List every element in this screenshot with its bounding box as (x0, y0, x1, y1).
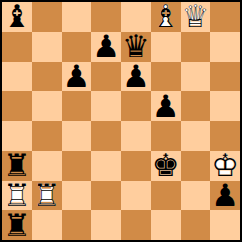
square-b4[interactable] (32, 121, 62, 151)
black-pawn: ♟ (151, 91, 181, 121)
black-pawn: ♟ (121, 62, 151, 92)
square-a7[interactable] (2, 32, 32, 62)
square-a6[interactable] (2, 62, 32, 92)
square-f1[interactable] (151, 210, 181, 240)
black-pawn: ♟ (62, 62, 92, 92)
square-a8[interactable]: ♝ (2, 2, 32, 32)
square-d4[interactable] (91, 121, 121, 151)
square-b8[interactable] (32, 2, 62, 32)
square-b7[interactable] (32, 32, 62, 62)
square-b1[interactable] (32, 210, 62, 240)
square-h2[interactable]: ♟ (210, 181, 240, 211)
square-e6[interactable]: ♟ (121, 62, 151, 92)
black-bishop: ♝ (2, 2, 32, 32)
square-g1[interactable] (181, 210, 211, 240)
white-bishop: ♝♗ (151, 2, 181, 32)
square-a5[interactable] (2, 91, 32, 121)
square-g8[interactable]: ♛♕ (181, 2, 211, 32)
chess-board: ♝♝♗♛♕♟♛♟♟♟♜♚♚♔♜♖♜♖♟♜ (0, 0, 242, 242)
square-g7[interactable] (181, 32, 211, 62)
square-e3[interactable] (121, 151, 151, 181)
square-d6[interactable] (91, 62, 121, 92)
square-a1[interactable]: ♜ (2, 210, 32, 240)
square-c5[interactable] (62, 91, 92, 121)
square-g4[interactable] (181, 121, 211, 151)
square-h5[interactable] (210, 91, 240, 121)
square-d7[interactable]: ♟ (91, 32, 121, 62)
black-king: ♚ (151, 151, 181, 181)
square-b5[interactable] (32, 91, 62, 121)
square-f8[interactable]: ♝♗ (151, 2, 181, 32)
square-d2[interactable] (91, 181, 121, 211)
square-c3[interactable] (62, 151, 92, 181)
square-f5[interactable]: ♟ (151, 91, 181, 121)
square-d3[interactable] (91, 151, 121, 181)
square-d1[interactable] (91, 210, 121, 240)
square-h6[interactable] (210, 62, 240, 92)
square-c2[interactable] (62, 181, 92, 211)
square-e4[interactable] (121, 121, 151, 151)
black-pawn: ♟ (210, 181, 240, 211)
square-f6[interactable] (151, 62, 181, 92)
white-rook: ♜♖ (32, 181, 62, 211)
square-d5[interactable] (91, 91, 121, 121)
square-g5[interactable] (181, 91, 211, 121)
square-e5[interactable] (121, 91, 151, 121)
square-g6[interactable] (181, 62, 211, 92)
square-f3[interactable]: ♚ (151, 151, 181, 181)
square-g3[interactable] (181, 151, 211, 181)
black-pawn: ♟ (91, 32, 121, 62)
square-c1[interactable] (62, 210, 92, 240)
square-c6[interactable]: ♟ (62, 62, 92, 92)
square-a2[interactable]: ♜♖ (2, 181, 32, 211)
square-g2[interactable] (181, 181, 211, 211)
square-h7[interactable] (210, 32, 240, 62)
black-rook: ♜ (2, 210, 32, 240)
square-e2[interactable] (121, 181, 151, 211)
square-e1[interactable] (121, 210, 151, 240)
square-f2[interactable] (151, 181, 181, 211)
square-b6[interactable] (32, 62, 62, 92)
square-c4[interactable] (62, 121, 92, 151)
square-h1[interactable] (210, 210, 240, 240)
white-queen: ♛♕ (181, 2, 211, 32)
square-b2[interactable]: ♜♖ (32, 181, 62, 211)
white-rook: ♜♖ (2, 181, 32, 211)
square-f7[interactable] (151, 32, 181, 62)
square-c8[interactable] (62, 2, 92, 32)
square-h8[interactable] (210, 2, 240, 32)
